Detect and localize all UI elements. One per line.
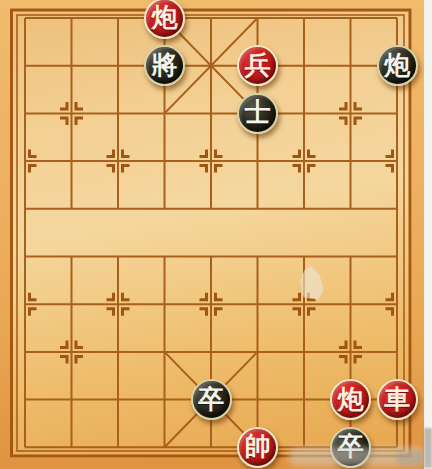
black-advisor[interactable]: 士	[237, 93, 278, 134]
black-soldier-center[interactable]: 卒	[191, 379, 232, 420]
piece-glyph: 卒	[198, 386, 224, 412]
black-general[interactable]: 將	[144, 45, 185, 86]
piece-glyph: 炮	[152, 4, 178, 30]
red-cannon-right[interactable]: 炮	[330, 379, 371, 420]
xiangqi-board[interactable]: 炮將兵炮士卒炮車帥卒	[0, 0, 432, 469]
piece-glyph: 車	[384, 386, 410, 412]
xiangqi-app: 炮將兵炮士卒炮車帥卒	[0, 0, 432, 469]
red-chariot[interactable]: 車	[377, 379, 418, 420]
piece-glyph: 炮	[384, 52, 410, 78]
piece-glyph: 炮	[338, 386, 364, 412]
black-cannon[interactable]: 炮	[377, 45, 418, 86]
red-cannon-top[interactable]: 炮	[144, 0, 185, 39]
red-general[interactable]: 帥	[237, 427, 278, 468]
piece-glyph: 兵	[245, 52, 271, 78]
piece-glyph: 帥	[245, 433, 271, 459]
watermark-smear-small	[396, 451, 424, 465]
red-soldier[interactable]: 兵	[237, 45, 278, 86]
piece-glyph: 將	[152, 52, 178, 78]
screen-edge-strip	[424, 0, 432, 469]
piece-glyph: 士	[245, 99, 271, 125]
edge-strip-blotch	[424, 428, 432, 468]
